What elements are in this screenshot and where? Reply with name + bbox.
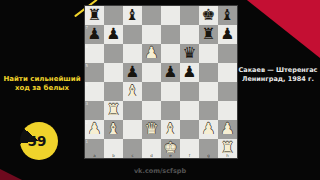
square-d3[interactable]: [142, 101, 161, 120]
file-label-d: d: [150, 154, 153, 158]
square-a8[interactable]: 8♜: [85, 6, 104, 25]
square-h1[interactable]: h♜: [218, 139, 237, 158]
chess-board[interactable]: 8♜♝♚♝7♟♟♜♟6♟♛5♟♟♟4♝3♜2♟♝♛♝♟♟1abcde♚fgh♜: [84, 5, 238, 159]
square-g5[interactable]: [199, 63, 218, 82]
piece-white-bishop-c4[interactable]: ♝: [126, 83, 140, 99]
square-a5[interactable]: 5: [85, 63, 104, 82]
square-f8[interactable]: [180, 6, 199, 25]
square-c5[interactable]: ♟: [123, 63, 142, 82]
square-d1[interactable]: d: [142, 139, 161, 158]
square-a6[interactable]: 6: [85, 44, 104, 63]
file-label-a: a: [93, 154, 95, 158]
piece-white-queen-d2[interactable]: ♛: [145, 121, 159, 137]
square-b7[interactable]: ♟: [104, 25, 123, 44]
puzzle-card: Найти сильнейший ход за белых 59 8♜♝♚♝7♟…: [0, 0, 320, 180]
piece-black-pawn-h7[interactable]: ♟: [221, 26, 235, 42]
square-a7[interactable]: 7♟: [85, 25, 104, 44]
square-f7[interactable]: [180, 25, 199, 44]
piece-black-queen-f6[interactable]: ♛: [183, 45, 197, 61]
square-g4[interactable]: [199, 82, 218, 101]
square-a2[interactable]: 2♟: [85, 120, 104, 139]
square-c4[interactable]: ♝: [123, 82, 142, 101]
piece-black-pawn-a7[interactable]: ♟: [88, 26, 102, 42]
rank-label-1: 1: [86, 140, 89, 144]
square-e1[interactable]: e♚: [161, 139, 180, 158]
rank-label-3: 3: [86, 102, 89, 106]
corner-accent-top-right: [235, 0, 320, 58]
square-h4[interactable]: [218, 82, 237, 101]
puzzle-number-badge: 59: [20, 122, 58, 160]
square-c8[interactable]: ♝: [123, 6, 142, 25]
square-g6[interactable]: [199, 44, 218, 63]
square-b5[interactable]: [104, 63, 123, 82]
square-b2[interactable]: ♝: [104, 120, 123, 139]
piece-black-rook-a8[interactable]: ♜: [88, 7, 102, 23]
square-c7[interactable]: [123, 25, 142, 44]
square-f1[interactable]: f: [180, 139, 199, 158]
square-f5[interactable]: ♟: [180, 63, 199, 82]
piece-black-pawn-e5[interactable]: ♟: [164, 64, 178, 80]
square-a4[interactable]: 4: [85, 82, 104, 101]
square-d8[interactable]: [142, 6, 161, 25]
square-a1[interactable]: 1a: [85, 139, 104, 158]
square-e8[interactable]: [161, 6, 180, 25]
square-b6[interactable]: [104, 44, 123, 63]
square-b8[interactable]: [104, 6, 123, 25]
corner-accent-bottom-left: [0, 163, 22, 180]
square-c6[interactable]: [123, 44, 142, 63]
task-instruction: Найти сильнейший ход за белых: [0, 75, 84, 93]
piece-black-pawn-b7[interactable]: ♟: [107, 26, 121, 42]
piece-white-pawn-h2[interactable]: ♟: [221, 121, 235, 137]
square-c1[interactable]: c: [123, 139, 142, 158]
square-b3[interactable]: ♜: [104, 101, 123, 120]
piece-white-bishop-e2[interactable]: ♝: [164, 121, 178, 137]
square-d2[interactable]: ♛: [142, 120, 161, 139]
piece-white-pawn-d6[interactable]: ♟: [145, 45, 159, 61]
watermark-url: vk.com/scfspb: [84, 167, 236, 175]
square-h3[interactable]: [218, 101, 237, 120]
piece-black-pawn-c5[interactable]: ♟: [126, 64, 140, 80]
square-e3[interactable]: [161, 101, 180, 120]
square-h6[interactable]: [218, 44, 237, 63]
square-h5[interactable]: [218, 63, 237, 82]
square-f3[interactable]: [180, 101, 199, 120]
file-label-e: e: [169, 154, 171, 158]
piece-white-pawn-g2[interactable]: ♟: [202, 121, 216, 137]
square-a3[interactable]: 3: [85, 101, 104, 120]
piece-black-rook-g7[interactable]: ♜: [202, 26, 216, 42]
square-e2[interactable]: ♝: [161, 120, 180, 139]
square-d7[interactable]: [142, 25, 161, 44]
file-label-b: b: [112, 154, 115, 158]
square-g8[interactable]: ♚: [199, 6, 218, 25]
puzzle-number: 59: [20, 122, 54, 160]
square-f6[interactable]: ♛: [180, 44, 199, 63]
file-label-c: c: [131, 154, 133, 158]
file-label-g: g: [207, 154, 210, 158]
square-g2[interactable]: ♟: [199, 120, 218, 139]
rank-label-5: 5: [86, 64, 89, 68]
rank-label-7: 7: [86, 26, 89, 30]
square-c2[interactable]: [123, 120, 142, 139]
square-f4[interactable]: [180, 82, 199, 101]
square-b4[interactable]: [104, 82, 123, 101]
square-h8[interactable]: ♝: [218, 6, 237, 25]
piece-black-king-g8[interactable]: ♚: [202, 7, 216, 23]
piece-black-pawn-f5[interactable]: ♟: [183, 64, 197, 80]
square-f2[interactable]: [180, 120, 199, 139]
square-e5[interactable]: ♟: [161, 63, 180, 82]
square-b1[interactable]: b: [104, 139, 123, 158]
game-caption: Сакаев — Штеренгас Ленинград, 1984 г.: [237, 66, 319, 84]
square-g1[interactable]: g: [199, 139, 218, 158]
square-d4[interactable]: [142, 82, 161, 101]
file-label-f: f: [189, 154, 190, 158]
piece-white-pawn-a2[interactable]: ♟: [88, 121, 102, 137]
square-e7[interactable]: [161, 25, 180, 44]
players-names: Сакаев — Штеренгас: [237, 66, 319, 75]
rank-label-6: 6: [86, 45, 89, 49]
square-c3[interactable]: [123, 101, 142, 120]
task-line-2: ход за белых: [0, 84, 84, 93]
rank-label-4: 4: [86, 83, 89, 87]
square-h7[interactable]: ♟: [218, 25, 237, 44]
piece-black-bishop-h8[interactable]: ♝: [221, 7, 235, 23]
square-g7[interactable]: ♜: [199, 25, 218, 44]
piece-black-bishop-c8[interactable]: ♝: [126, 7, 140, 23]
rank-label-2: 2: [86, 121, 89, 125]
square-d6[interactable]: ♟: [142, 44, 161, 63]
rank-label-8: 8: [86, 7, 89, 11]
piece-white-rook-b3[interactable]: ♜: [107, 102, 121, 118]
square-e4[interactable]: [161, 82, 180, 101]
square-d5[interactable]: [142, 63, 161, 82]
square-h2[interactable]: ♟: [218, 120, 237, 139]
square-e6[interactable]: [161, 44, 180, 63]
event-info: Ленинград, 1984 г.: [237, 75, 319, 84]
task-line-1: Найти сильнейший: [0, 75, 84, 84]
piece-white-bishop-b2[interactable]: ♝: [107, 121, 121, 137]
file-label-h: h: [226, 154, 229, 158]
square-g3[interactable]: [199, 101, 218, 120]
